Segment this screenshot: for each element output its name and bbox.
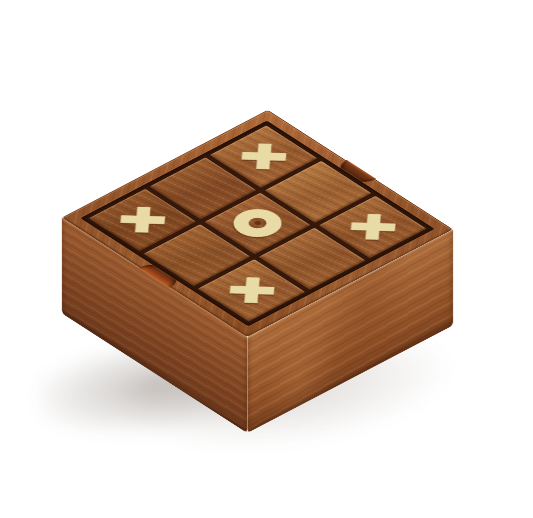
x-piece: ✖ bbox=[103, 197, 181, 242]
x-piece: ✖ bbox=[334, 204, 412, 249]
x-piece: ✖ bbox=[224, 134, 302, 179]
o-piece bbox=[224, 204, 292, 243]
product-photo-stage: ✖ ✖ bbox=[0, 0, 533, 518]
wooden-game-box: ✖ ✖ bbox=[62, 110, 453, 337]
board-cell: ✖ bbox=[198, 259, 305, 321]
board-cell bbox=[259, 228, 366, 290]
x-piece: ✖ bbox=[212, 268, 290, 313]
board-cell bbox=[143, 224, 250, 286]
